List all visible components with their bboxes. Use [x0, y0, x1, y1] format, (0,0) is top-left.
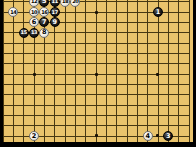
move-number-label: 6	[32, 19, 37, 26]
move-number-label: 15	[21, 30, 27, 35]
move-number-label: 3	[166, 133, 171, 140]
star-point	[95, 11, 98, 14]
stone-black-R4[interactable]: 3	[163, 131, 173, 141]
stone-black-E17[interactable]: 5	[39, 0, 49, 7]
stone-white-P4[interactable]: 4	[143, 131, 153, 141]
move-number-label: 9	[52, 19, 57, 26]
stone-black-F17[interactable]: 11	[50, 0, 60, 7]
stone-white-E16[interactable]: 16	[39, 7, 49, 17]
board-frame-bottom	[0, 142, 196, 147]
move-number-label: 13	[31, 30, 37, 35]
grid-line-horizontal	[3, 105, 190, 106]
stone-white-D4[interactable]: 2	[29, 131, 39, 141]
move-number-label: 7	[42, 19, 47, 26]
grid-line-horizontal	[3, 94, 190, 95]
grid-line-horizontal	[3, 125, 190, 126]
move-number-label: 10	[31, 10, 37, 15]
stone-black-D14[interactable]: 13	[29, 28, 39, 38]
grid-line-horizontal	[3, 115, 190, 116]
stone-white-D15[interactable]: 6	[29, 17, 39, 27]
stone-white-E14[interactable]: 8	[39, 28, 49, 38]
board-frame-left	[0, 0, 3, 147]
stone-white-D17[interactable]: 12	[29, 0, 39, 7]
stone-white-G17[interactable]: 18	[60, 0, 70, 7]
stone-black-F15[interactable]: 9	[50, 17, 60, 27]
move-number-label: 18	[62, 0, 68, 4]
stone-white-B16[interactable]: 14	[8, 7, 18, 17]
stone-white-H17[interactable]: 20	[70, 0, 80, 7]
move-number-label: 12	[31, 0, 37, 4]
move-number-label: 17	[52, 10, 58, 15]
move-number-label: 16	[41, 10, 47, 15]
stone-black-C14[interactable]: 15	[19, 28, 29, 38]
grid-line-horizontal	[3, 53, 190, 54]
grid-line-horizontal	[3, 43, 190, 44]
move-number-label: 2	[32, 133, 37, 140]
move-number-label: 1	[156, 9, 161, 16]
stone-black-E15[interactable]: 7	[39, 17, 49, 27]
move-number-label: 11	[52, 0, 58, 4]
star-point	[33, 73, 36, 76]
stone-black-Q16[interactable]: 1	[153, 7, 163, 17]
go-diagram-screenshot: 12345678910111213141516171820	[0, 0, 196, 147]
go-board[interactable]: 12345678910111213141516171820	[0, 0, 196, 147]
move-number-label: 8	[42, 30, 47, 37]
move-number-label: 4	[145, 133, 150, 140]
stone-white-D16[interactable]: 10	[29, 7, 39, 17]
star-point	[95, 73, 98, 76]
move-number-label: 14	[10, 10, 16, 15]
board-frame-right	[193, 0, 196, 147]
move-number-label: 20	[72, 0, 78, 4]
grid-line-horizontal	[3, 84, 190, 85]
grid-line-horizontal	[3, 63, 190, 64]
move-number-label: 5	[42, 0, 47, 5]
stone-black-F16[interactable]: 17	[50, 7, 60, 17]
